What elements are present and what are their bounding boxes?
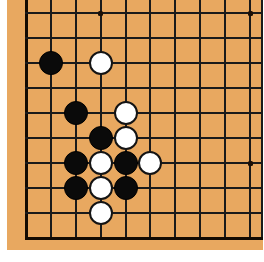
- black-stone-D5: [89, 126, 113, 150]
- white-stone-E5: [114, 126, 138, 150]
- white-stone-D4: [89, 151, 113, 175]
- black-stone-E4: [114, 151, 138, 175]
- star-point-K4: [248, 161, 253, 166]
- grid-line-h-10: [25, 12, 264, 14]
- grid-line-h-9: [25, 37, 264, 39]
- grid-line-v-8: [199, 0, 201, 240]
- white-stone-D2: [89, 201, 113, 225]
- black-stone-C6: [64, 101, 88, 125]
- black-stone-C4: [64, 151, 88, 175]
- grid-line-h-7: [25, 87, 264, 89]
- grid-line-v-10: [249, 0, 251, 240]
- grid-line-h-2: [25, 212, 264, 214]
- black-stone-C3: [64, 176, 88, 200]
- grid-line-v-7: [174, 0, 176, 240]
- board-edge-bottom-line: [25, 237, 264, 240]
- white-stone-E6: [114, 101, 138, 125]
- grid-line-h-6: [25, 112, 264, 114]
- black-stone-E3: [114, 176, 138, 200]
- board-edge-left-line: [25, 0, 28, 240]
- grid-line-v-2: [50, 0, 52, 240]
- grid-line-v-11-partial: [261, 0, 263, 240]
- go-diagram: [0, 0, 263, 262]
- star-point-K10: [248, 11, 253, 16]
- grid-line-v-6: [149, 0, 151, 240]
- grid-line-v-9: [224, 0, 226, 240]
- black-stone-B8: [39, 51, 63, 75]
- star-point-D10: [98, 11, 103, 16]
- grid-line-h-3: [25, 187, 264, 189]
- white-stone-D3: [89, 176, 113, 200]
- white-stone-D8: [89, 51, 113, 75]
- grid-line-h-5: [25, 137, 264, 139]
